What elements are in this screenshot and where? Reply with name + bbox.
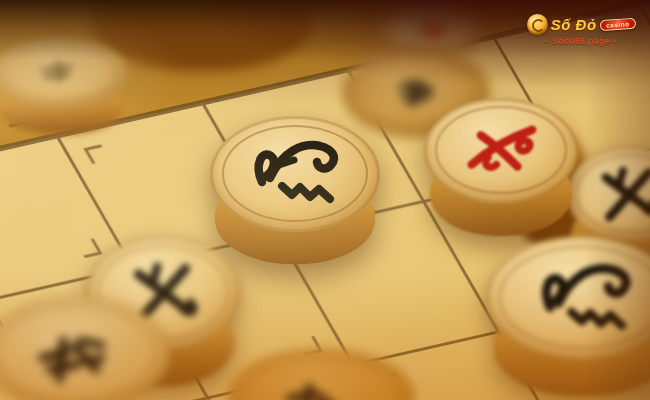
piece-black-general-bottomleft[interactable]: 將 [0,296,170,400]
logo-site-text: Sodo66.page [552,36,609,46]
logo-brand-text: Số Đỏ [551,16,597,33]
logo-dash-right: – [613,36,618,46]
photo-stage: 炮 象 車 卒 兵 [0,0,650,400]
piece-red-soldier-main[interactable]: 兵 [424,98,578,240]
general-glyph-icon [10,308,136,400]
logo-coin-icon [527,14,548,35]
piece-black-chariot-bottomcenter[interactable]: 車 [228,348,414,400]
logo-site-url[interactable]: –Sodo66.page– [520,36,642,46]
piece-black-horse-bottomright[interactable]: 馬 [486,236,650,400]
horse-glyph-icon [520,244,650,350]
horse-glyph-icon [236,122,356,222]
piece-black-chariot-topleft[interactable]: 車 [0,38,128,136]
logo-dash-left: – [544,36,549,46]
soldier-glyph-icon [450,104,552,196]
chariot-glyph-icon [258,360,370,400]
cannon-glyph-icon [404,4,460,52]
chariot-glyph-icon [20,46,94,98]
logo-casino-badge: casino [599,18,635,31]
sodo-casino-logo[interactable]: Số Đỏ casino –Sodo66.page– [520,14,642,46]
soldier-glyph-icon [582,150,650,236]
